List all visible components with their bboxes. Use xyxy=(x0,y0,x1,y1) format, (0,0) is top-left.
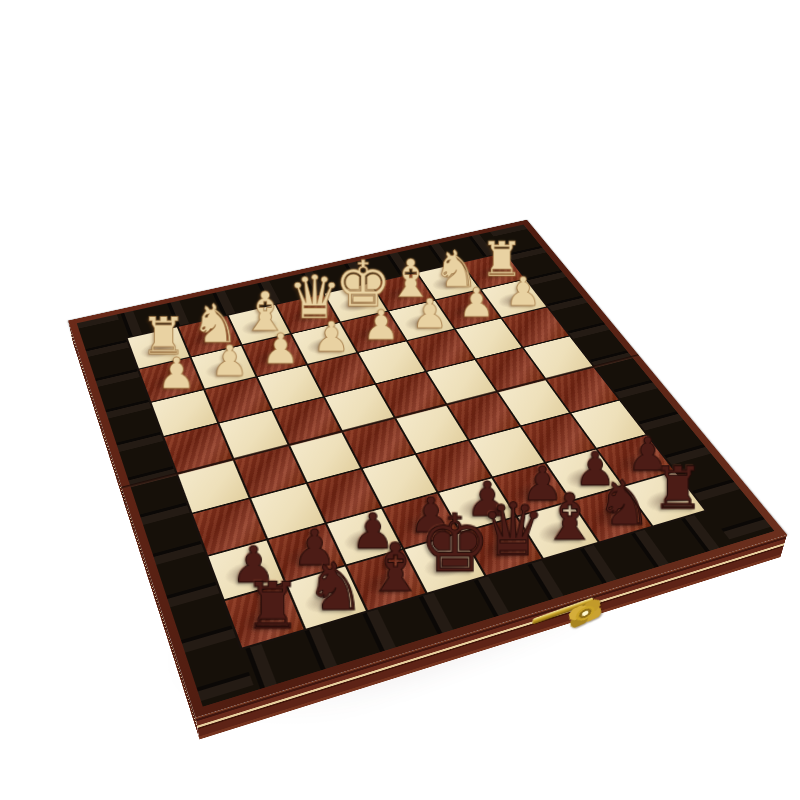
piece-wP[interactable]: ♟ xyxy=(210,341,248,381)
piece-wP[interactable]: ♟ xyxy=(362,305,399,344)
board-top-face: ♜♞♝♛♚♝♞♜♟♟♟♟♟♟♟♟♟♟♟♟♟♟♟♟♜♞♝♚♛♝♞♜ xyxy=(68,220,787,718)
piece-bB[interactable]: ♝ xyxy=(366,536,426,600)
piece-wP[interactable]: ♟ xyxy=(262,329,300,369)
piece-wP[interactable]: ♟ xyxy=(411,294,448,333)
piece-bK[interactable]: ♚ xyxy=(419,506,491,582)
piece-bR[interactable]: ♜ xyxy=(244,576,301,637)
piece-bN[interactable]: ♞ xyxy=(305,555,365,618)
piece-bR[interactable]: ♜ xyxy=(652,461,704,517)
piece-wP[interactable]: ♟ xyxy=(459,283,495,321)
photo-stage: ♜♞♝♛♚♝♞♜♟♟♟♟♟♟♟♟♟♟♟♟♟♟♟♟♜♞♝♚♛♝♞♜ xyxy=(119,142,671,694)
piece-bN[interactable]: ♞ xyxy=(596,473,652,532)
piece-wP[interactable]: ♟ xyxy=(313,317,350,357)
chess-board: ♜♞♝♛♚♝♞♜♟♟♟♟♟♟♟♟♟♟♟♟♟♟♟♟♜♞♝♚♛♝♞♜ xyxy=(68,220,787,718)
square-r3c1[interactable] xyxy=(219,411,287,459)
piece-bB[interactable]: ♝ xyxy=(540,487,598,548)
piece-wP[interactable]: ♟ xyxy=(157,353,196,394)
